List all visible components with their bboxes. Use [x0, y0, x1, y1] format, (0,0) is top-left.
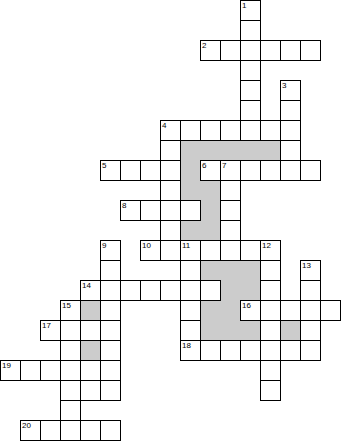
cell-r18c3[interactable]	[60, 360, 81, 381]
cell-r14c7[interactable]	[140, 280, 161, 301]
cell-r15c16[interactable]	[320, 300, 341, 321]
cell-r4c14[interactable]: 3	[280, 80, 301, 101]
cell-r15c15[interactable]	[300, 300, 321, 321]
cell-r2c13[interactable]	[260, 40, 281, 61]
cell-r16c9[interactable]	[180, 320, 201, 341]
clue-number: 13	[302, 261, 311, 270]
shaded-square	[180, 160, 201, 181]
cell-r18c2[interactable]	[40, 360, 61, 381]
shaded-square	[200, 180, 221, 201]
shaded-square	[80, 340, 101, 361]
cell-r14c15[interactable]	[300, 280, 321, 301]
cell-r2c15[interactable]	[300, 40, 321, 61]
cell-r21c2[interactable]	[40, 420, 61, 441]
cell-r21c3[interactable]	[60, 420, 81, 441]
clue-number: 20	[22, 421, 31, 430]
clue-number: 10	[142, 241, 151, 250]
cell-r15c9[interactable]	[180, 300, 201, 321]
clue-number: 1	[242, 1, 246, 10]
cell-r16c3[interactable]	[60, 320, 81, 341]
cell-r19c5[interactable]	[100, 380, 121, 401]
cell-r6c9[interactable]	[180, 120, 201, 141]
cell-r2c11[interactable]	[220, 40, 241, 61]
cell-r6c13[interactable]	[260, 120, 281, 141]
cell-r8c12[interactable]	[240, 160, 261, 181]
shaded-square	[200, 140, 221, 161]
clue-number: 4	[162, 121, 166, 130]
cell-r10c9[interactable]	[180, 200, 201, 221]
clue-number: 17	[42, 321, 51, 330]
cell-r21c1[interactable]: 20	[20, 420, 41, 441]
shaded-square	[220, 280, 241, 301]
cell-r14c4[interactable]: 14	[80, 280, 101, 301]
cell-r17c10[interactable]	[200, 340, 221, 361]
shaded-square	[180, 180, 201, 201]
shaded-square	[220, 300, 241, 321]
cell-r8c14[interactable]	[280, 160, 301, 181]
shaded-square	[240, 260, 261, 281]
cell-r14c8[interactable]	[160, 280, 181, 301]
shaded-square	[200, 260, 221, 281]
cell-r8c5[interactable]: 5	[100, 160, 121, 181]
cell-r16c4[interactable]	[80, 320, 101, 341]
clue-number: 5	[102, 161, 106, 170]
cell-r17c5[interactable]	[100, 340, 121, 361]
cell-r14c9[interactable]	[180, 280, 201, 301]
cell-r8c6[interactable]	[120, 160, 141, 181]
cell-r12c12[interactable]	[240, 240, 261, 261]
cell-r15c12[interactable]: 16	[240, 300, 261, 321]
cell-r5c12[interactable]	[240, 100, 261, 121]
cell-r8c8[interactable]	[160, 160, 181, 181]
cell-r13c15[interactable]: 13	[300, 260, 321, 281]
cell-r8c7[interactable]	[140, 160, 161, 181]
cell-r8c10[interactable]: 6	[200, 160, 221, 181]
clue-number: 7	[222, 161, 226, 170]
cell-r14c5[interactable]	[100, 280, 121, 301]
shaded-square	[180, 220, 201, 241]
clue-number: 6	[202, 161, 206, 170]
cell-r19c4[interactable]	[80, 380, 101, 401]
cell-r21c5[interactable]	[100, 420, 121, 441]
cell-r6c8[interactable]: 4	[160, 120, 181, 141]
cell-r18c5[interactable]	[100, 360, 121, 381]
cell-r2c12[interactable]	[240, 40, 261, 61]
shaded-square	[220, 140, 241, 161]
shaded-square	[220, 260, 241, 281]
cell-r19c3[interactable]	[60, 380, 81, 401]
shaded-square	[260, 140, 281, 161]
cell-r8c15[interactable]	[300, 160, 321, 181]
cell-r0c12[interactable]: 1	[240, 0, 261, 21]
cell-r6c14[interactable]	[280, 120, 301, 141]
cell-r12c11[interactable]	[220, 240, 241, 261]
cell-r16c13[interactable]	[260, 320, 281, 341]
cell-r17c9[interactable]: 18	[180, 340, 201, 361]
cell-r6c10[interactable]	[200, 120, 221, 141]
cell-r7c14[interactable]	[280, 140, 301, 161]
cell-r17c13[interactable]	[260, 340, 281, 361]
shaded-square	[240, 320, 261, 341]
cell-r18c4[interactable]	[80, 360, 101, 381]
cell-r10c7[interactable]	[140, 200, 161, 221]
shaded-square	[180, 140, 201, 161]
clue-number: 12	[262, 241, 271, 250]
cell-r20c3[interactable]	[60, 400, 81, 421]
cell-r16c15[interactable]	[300, 320, 321, 341]
cell-r10c11[interactable]	[220, 200, 241, 221]
shaded-square	[200, 300, 221, 321]
clue-number: 9	[102, 241, 106, 250]
cell-r17c15[interactable]	[300, 340, 321, 361]
cell-r11c8[interactable]	[160, 220, 181, 241]
clue-number: 14	[82, 281, 91, 290]
shaded-square	[240, 140, 261, 161]
shaded-square	[200, 320, 221, 341]
cell-r13c5[interactable]	[100, 260, 121, 281]
cell-r17c14[interactable]	[280, 340, 301, 361]
shaded-square	[280, 320, 301, 341]
clue-number: 3	[282, 81, 286, 90]
cell-r12c10[interactable]	[200, 240, 221, 261]
cell-r9c8[interactable]	[160, 180, 181, 201]
clue-number: 16	[242, 301, 251, 310]
cell-r2c14[interactable]	[280, 40, 301, 61]
cell-r16c5[interactable]	[100, 320, 121, 341]
cell-r19c13[interactable]	[260, 380, 281, 401]
cell-r6c11[interactable]	[220, 120, 241, 141]
crossword-grid: 1234567891011121314151617181920	[0, 0, 341, 441]
cell-r15c5[interactable]	[100, 300, 121, 321]
shaded-square	[240, 280, 261, 301]
cell-r12c5[interactable]: 9	[100, 240, 121, 261]
cell-r4c12[interactable]	[240, 80, 261, 101]
cell-r5c14[interactable]	[280, 100, 301, 121]
cell-r1c12[interactable]	[240, 20, 261, 41]
clue-number: 19	[2, 361, 11, 370]
cell-r12c13[interactable]: 12	[260, 240, 281, 261]
cell-r21c4[interactable]	[80, 420, 101, 441]
cell-r10c8[interactable]	[160, 200, 181, 221]
cell-r14c13[interactable]	[260, 280, 281, 301]
cell-r11c11[interactable]	[220, 220, 241, 241]
cell-r8c11[interactable]: 7	[220, 160, 241, 181]
cell-r15c14[interactable]	[280, 300, 301, 321]
cell-r18c1[interactable]	[20, 360, 41, 381]
clue-number: 11	[182, 241, 190, 250]
cell-r14c6[interactable]	[120, 280, 141, 301]
cell-r9c11[interactable]	[220, 180, 241, 201]
cell-r17c3[interactable]	[60, 340, 81, 361]
cell-r17c12[interactable]	[240, 340, 261, 361]
cell-r8c13[interactable]	[260, 160, 281, 181]
clue-number: 18	[182, 341, 191, 350]
cell-r15c3[interactable]: 15	[60, 300, 81, 321]
cell-r2c10[interactable]: 2	[200, 40, 221, 61]
cell-r12c7[interactable]: 10	[140, 240, 161, 261]
cell-r15c13[interactable]	[260, 300, 281, 321]
shaded-square	[200, 220, 221, 241]
cell-r12c9[interactable]: 11	[180, 240, 201, 261]
shaded-square	[220, 320, 241, 341]
clue-number: 15	[62, 301, 71, 310]
cell-r10c6[interactable]: 8	[120, 200, 141, 221]
cell-r17c11[interactable]	[220, 340, 241, 361]
clue-number: 8	[122, 201, 126, 210]
shaded-square	[200, 200, 221, 221]
cell-r6c12[interactable]	[240, 120, 261, 141]
cell-r12c8[interactable]	[160, 240, 181, 261]
cell-r13c13[interactable]	[260, 260, 281, 281]
cell-r18c13[interactable]	[260, 360, 281, 381]
shaded-square	[80, 300, 101, 321]
cell-r16c2[interactable]: 17	[40, 320, 61, 341]
clue-number: 2	[202, 41, 206, 50]
cell-r13c9[interactable]	[180, 260, 201, 281]
cell-r18c0[interactable]: 19	[0, 360, 21, 381]
cell-r3c12[interactable]	[240, 60, 261, 81]
cell-r14c10[interactable]	[200, 280, 221, 301]
cell-r7c8[interactable]	[160, 140, 181, 161]
